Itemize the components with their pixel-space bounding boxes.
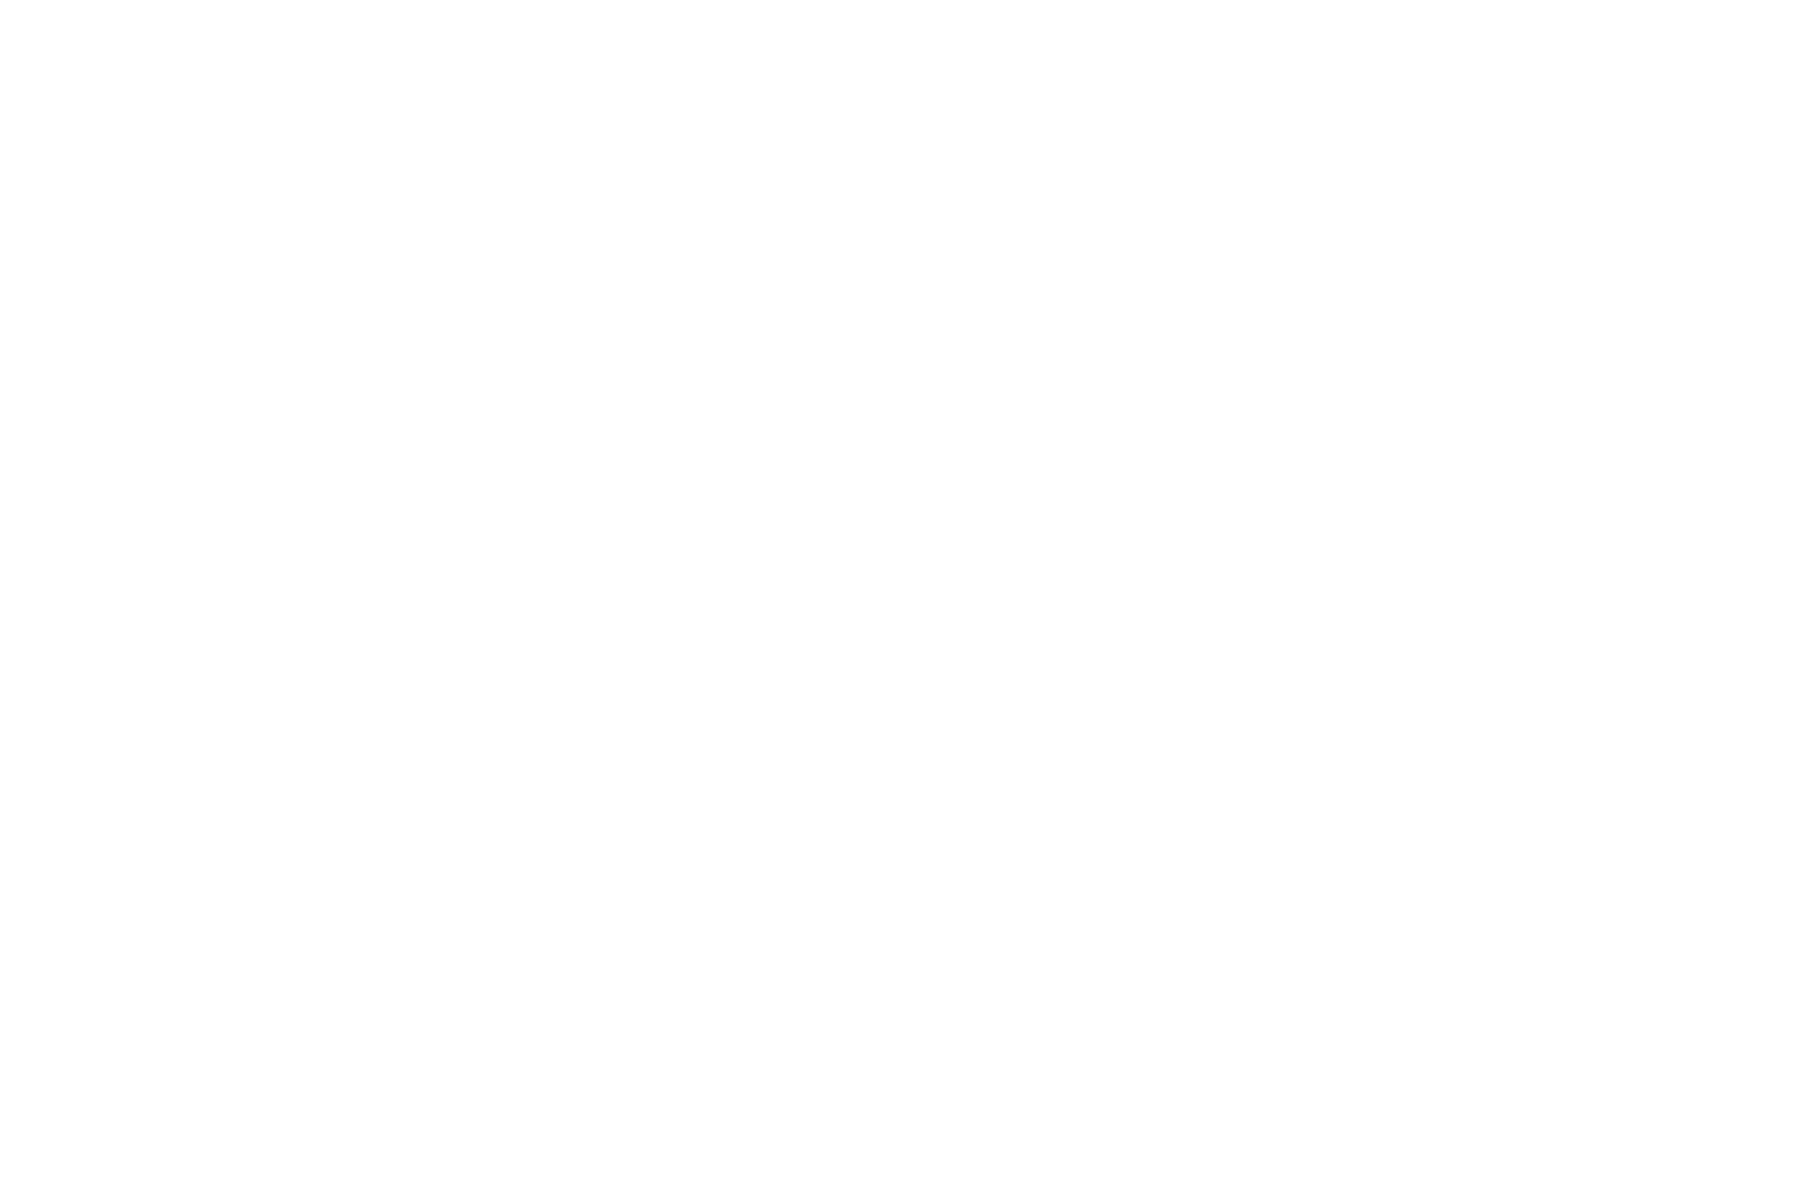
chess-set-photo — [0, 0, 1800, 1200]
chessboard-photo-canvas — [0, 0, 1800, 1200]
